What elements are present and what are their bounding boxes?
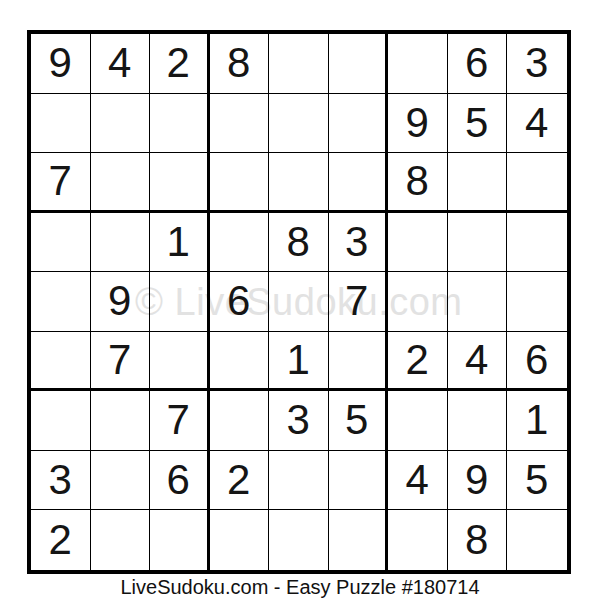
- cell-r9c3[interactable]: [150, 510, 210, 570]
- cell-r7c1[interactable]: [31, 391, 91, 451]
- puzzle-caption: LiveSudoku.com - Easy Puzzle #180714: [0, 577, 600, 597]
- cell-r8c9[interactable]: 5: [507, 451, 567, 511]
- cell-r2c5[interactable]: [269, 94, 329, 154]
- cell-r1c7[interactable]: [388, 34, 448, 94]
- cell-r2c1[interactable]: [31, 94, 91, 154]
- cell-r4c3[interactable]: 1: [150, 213, 210, 273]
- cell-r6c2[interactable]: 7: [91, 332, 151, 392]
- cell-r6c4[interactable]: [210, 332, 270, 392]
- cell-r3c9[interactable]: [507, 153, 567, 213]
- cell-r7c4[interactable]: [210, 391, 270, 451]
- cell-r5c3[interactable]: [150, 272, 210, 332]
- cell-r4c8[interactable]: [448, 213, 508, 273]
- sudoku-grid: 9428639547818396771246735136249528: [31, 34, 567, 570]
- cell-r7c2[interactable]: [91, 391, 151, 451]
- cell-r7c8[interactable]: [448, 391, 508, 451]
- cell-r8c3[interactable]: 6: [150, 451, 210, 511]
- cell-r4c9[interactable]: [507, 213, 567, 273]
- cell-r5c7[interactable]: [388, 272, 448, 332]
- cell-r9c1[interactable]: 2: [31, 510, 91, 570]
- cell-r8c2[interactable]: [91, 451, 151, 511]
- cell-r1c5[interactable]: [269, 34, 329, 94]
- cell-r6c1[interactable]: [31, 332, 91, 392]
- cell-r1c8[interactable]: 6: [448, 34, 508, 94]
- cell-r8c1[interactable]: 3: [31, 451, 91, 511]
- cell-r3c5[interactable]: [269, 153, 329, 213]
- cell-r7c6[interactable]: 5: [329, 391, 389, 451]
- cell-r8c7[interactable]: 4: [388, 451, 448, 511]
- cell-r4c5[interactable]: 8: [269, 213, 329, 273]
- cell-r8c8[interactable]: 9: [448, 451, 508, 511]
- cell-r2c4[interactable]: [210, 94, 270, 154]
- cell-r6c9[interactable]: 6: [507, 332, 567, 392]
- cell-r8c5[interactable]: [269, 451, 329, 511]
- cell-r2c9[interactable]: 4: [507, 94, 567, 154]
- cell-r2c8[interactable]: 5: [448, 94, 508, 154]
- cell-r9c4[interactable]: [210, 510, 270, 570]
- cell-r6c7[interactable]: 2: [388, 332, 448, 392]
- cell-r5c2[interactable]: 9: [91, 272, 151, 332]
- cell-r3c4[interactable]: [210, 153, 270, 213]
- cell-r2c3[interactable]: [150, 94, 210, 154]
- cell-r1c2[interactable]: 4: [91, 34, 151, 94]
- cell-r2c6[interactable]: [329, 94, 389, 154]
- cell-r3c8[interactable]: [448, 153, 508, 213]
- cell-r7c5[interactable]: 3: [269, 391, 329, 451]
- cell-r3c7[interactable]: 8: [388, 153, 448, 213]
- cell-r7c9[interactable]: 1: [507, 391, 567, 451]
- cell-r7c3[interactable]: 7: [150, 391, 210, 451]
- cell-r6c8[interactable]: 4: [448, 332, 508, 392]
- cell-r9c9[interactable]: [507, 510, 567, 570]
- cell-r2c2[interactable]: [91, 94, 151, 154]
- cell-r1c1[interactable]: 9: [31, 34, 91, 94]
- cell-r4c6[interactable]: 3: [329, 213, 389, 273]
- cell-r5c6[interactable]: 7: [329, 272, 389, 332]
- cell-r9c5[interactable]: [269, 510, 329, 570]
- cell-r3c6[interactable]: [329, 153, 389, 213]
- cell-r1c9[interactable]: 3: [507, 34, 567, 94]
- cell-r9c8[interactable]: 8: [448, 510, 508, 570]
- cell-r9c7[interactable]: [388, 510, 448, 570]
- sudoku-board: © LiveSudoku.com 94286395478183967712467…: [27, 30, 571, 574]
- cell-r3c3[interactable]: [150, 153, 210, 213]
- cell-r2c7[interactable]: 9: [388, 94, 448, 154]
- cell-r4c4[interactable]: [210, 213, 270, 273]
- cell-r6c5[interactable]: 1: [269, 332, 329, 392]
- cell-r9c6[interactable]: [329, 510, 389, 570]
- cell-r3c1[interactable]: 7: [31, 153, 91, 213]
- cell-r1c4[interactable]: 8: [210, 34, 270, 94]
- cell-r1c3[interactable]: 2: [150, 34, 210, 94]
- cell-r6c6[interactable]: [329, 332, 389, 392]
- cell-r3c2[interactable]: [91, 153, 151, 213]
- cell-r1c6[interactable]: [329, 34, 389, 94]
- cell-r7c7[interactable]: [388, 391, 448, 451]
- cell-r5c4[interactable]: 6: [210, 272, 270, 332]
- cell-r4c1[interactable]: [31, 213, 91, 273]
- cell-r5c9[interactable]: [507, 272, 567, 332]
- cell-r8c4[interactable]: 2: [210, 451, 270, 511]
- cell-r4c2[interactable]: [91, 213, 151, 273]
- cell-r8c6[interactable]: [329, 451, 389, 511]
- cell-r6c3[interactable]: [150, 332, 210, 392]
- cell-r5c5[interactable]: [269, 272, 329, 332]
- cell-r4c7[interactable]: [388, 213, 448, 273]
- cell-r9c2[interactable]: [91, 510, 151, 570]
- cell-r5c1[interactable]: [31, 272, 91, 332]
- cell-r5c8[interactable]: [448, 272, 508, 332]
